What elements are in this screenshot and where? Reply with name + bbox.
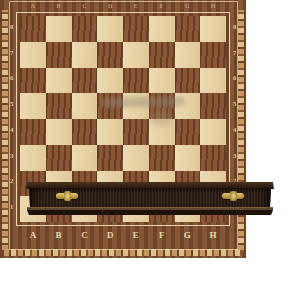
coord-label-B: B xyxy=(56,231,62,240)
square-g4 xyxy=(175,119,201,145)
marquetry-border-left xyxy=(2,10,8,250)
square-d3 xyxy=(97,145,123,171)
coord-label-G: G xyxy=(185,3,190,9)
square-b7 xyxy=(46,42,72,68)
coord-label-E: E xyxy=(133,231,139,240)
square-e6 xyxy=(123,68,149,94)
coord-label-G: G xyxy=(184,231,191,240)
square-b8 xyxy=(46,16,72,42)
brass-latch-knob xyxy=(230,191,237,201)
brass-latch-right xyxy=(222,191,244,201)
coord-label-8: 8 xyxy=(10,24,14,31)
square-b3 xyxy=(46,145,72,171)
coord-label-6: 6 xyxy=(233,75,237,82)
square-h8 xyxy=(200,16,226,42)
box-base xyxy=(27,210,273,215)
coord-label-A: A xyxy=(30,231,37,240)
chess-set-product-photo: ABCDEFGH ABCDEFGH 12345678 12345678 ♜♞♝♛… xyxy=(0,0,300,300)
watermark xyxy=(101,96,185,107)
square-e4 xyxy=(123,119,149,145)
square-a4 xyxy=(20,119,46,145)
square-b4 xyxy=(46,119,72,145)
box-front-panel xyxy=(29,188,271,207)
square-f3 xyxy=(149,145,175,171)
coord-label-1: 1 xyxy=(10,204,14,211)
square-e8 xyxy=(123,16,149,42)
coord-label-A: A xyxy=(31,3,35,9)
square-h3 xyxy=(200,145,226,171)
chess-board: ABCDEFGH ABCDEFGH 12345678 12345678 xyxy=(0,0,246,258)
square-a7 xyxy=(20,42,46,68)
square-c8 xyxy=(72,16,98,42)
coord-label-F: F xyxy=(160,3,164,9)
coord-label-3: 3 xyxy=(233,153,237,160)
square-h7 xyxy=(200,42,226,68)
coord-label-7: 7 xyxy=(10,50,14,57)
coord-label-H: H xyxy=(210,231,217,240)
coord-label-D: D xyxy=(107,231,114,240)
coord-label-F: F xyxy=(159,231,165,240)
square-b6 xyxy=(46,68,72,94)
coord-label-8: 8 xyxy=(233,24,237,31)
square-d7 xyxy=(97,42,123,68)
watermark-logo xyxy=(150,110,172,126)
brass-latch-left xyxy=(56,191,78,201)
box-lid-edge xyxy=(26,182,274,189)
square-c3 xyxy=(72,145,98,171)
square-f7 xyxy=(149,42,175,68)
square-f8 xyxy=(149,16,175,42)
coord-label-5: 5 xyxy=(10,101,14,108)
coord-label-B: B xyxy=(57,3,61,9)
square-g8 xyxy=(175,16,201,42)
coord-label-C: C xyxy=(82,3,86,9)
coord-label-H: H xyxy=(211,3,216,9)
square-b5 xyxy=(46,93,72,119)
square-c6 xyxy=(72,68,98,94)
square-d8 xyxy=(97,16,123,42)
brass-latch-knob xyxy=(64,191,71,201)
coord-label-2: 2 xyxy=(10,178,14,185)
square-d6 xyxy=(97,68,123,94)
square-c7 xyxy=(72,42,98,68)
square-f6 xyxy=(149,68,175,94)
square-c4 xyxy=(72,119,98,145)
square-g7 xyxy=(175,42,201,68)
square-h4 xyxy=(200,119,226,145)
square-h6 xyxy=(200,68,226,94)
square-a3 xyxy=(20,145,46,171)
coord-label-5: 5 xyxy=(233,101,237,108)
coord-label-4: 4 xyxy=(233,127,237,134)
square-c5 xyxy=(72,93,98,119)
square-g3 xyxy=(175,145,201,171)
square-a6 xyxy=(20,68,46,94)
coord-label-E: E xyxy=(134,3,138,9)
coord-label-D: D xyxy=(108,3,112,9)
square-h5 xyxy=(200,93,226,119)
coord-label-6: 6 xyxy=(10,75,14,82)
square-d4 xyxy=(97,119,123,145)
coord-label-7: 7 xyxy=(233,50,237,57)
coord-label-4: 4 xyxy=(10,127,14,134)
box-base-molding xyxy=(27,207,273,211)
square-a5 xyxy=(20,93,46,119)
square-e3 xyxy=(123,145,149,171)
marquetry-border-near xyxy=(4,249,242,256)
coord-label-C: C xyxy=(81,231,88,240)
coord-label-3: 3 xyxy=(10,153,14,160)
square-e7 xyxy=(123,42,149,68)
square-g6 xyxy=(175,68,201,94)
square-a8 xyxy=(20,16,46,42)
